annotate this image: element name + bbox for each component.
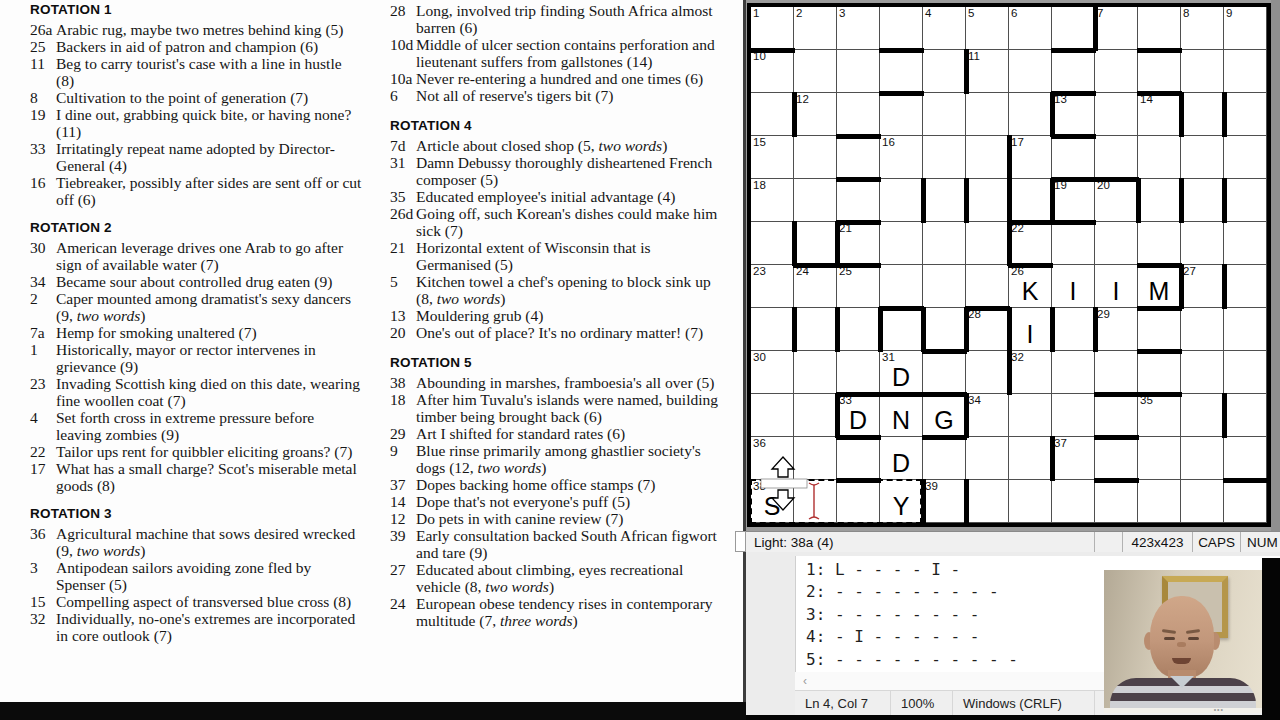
cell-number: 30 (753, 351, 766, 363)
clue: 38Abounding in marshes, framboesia's all… (390, 374, 721, 391)
grid-bar (835, 307, 840, 352)
grid-cell[interactable]: 27 (1181, 265, 1224, 308)
grid-bar (792, 307, 797, 352)
grid-cell[interactable] (1181, 222, 1224, 265)
grid-bar (1136, 178, 1141, 223)
grid-cell[interactable]: 19 (1052, 179, 1095, 222)
grid-cell[interactable]: I (1052, 265, 1095, 308)
webcam-bottom-strip (1104, 708, 1262, 713)
grid-cell[interactable] (1009, 394, 1052, 437)
grid-bar (1007, 307, 1012, 352)
clue-number: 9 (390, 442, 398, 459)
clue-number: 19 (30, 106, 46, 123)
grid-cell[interactable] (794, 222, 837, 265)
cell-number: 31 (882, 351, 895, 363)
grid-cell[interactable] (837, 136, 880, 179)
grid-cell[interactable] (923, 265, 966, 308)
cell-number: 7 (1097, 7, 1103, 19)
grid-cell[interactable] (837, 93, 880, 136)
grid-cell[interactable] (1095, 437, 1138, 480)
grid-cell[interactable]: N (880, 394, 923, 437)
clue-number: 18 (390, 391, 406, 408)
rotation-heading: ROTATION 3 (30, 506, 362, 521)
grid-cell[interactable] (1138, 480, 1181, 523)
cell-number: 3 (839, 7, 845, 19)
grid-cell[interactable] (751, 222, 794, 265)
grid-cell[interactable]: 16 (880, 136, 923, 179)
notepad-line-endings: Windows (CRLF) (953, 691, 1095, 716)
clue-text: Damn Debussy thoroughly disheartened Fre… (416, 154, 712, 188)
grid-cell[interactable]: 10 (751, 50, 794, 93)
grid-cell[interactable] (923, 179, 966, 222)
grid-cell[interactable] (880, 265, 923, 308)
grid-cell[interactable] (966, 222, 1009, 265)
grid-cell[interactable] (923, 437, 966, 480)
grid-bar (1137, 48, 1182, 53)
clue-text: Educated employee's initial advantage (4… (416, 188, 675, 205)
grid-bar (836, 134, 881, 139)
grid-cell[interactable] (1224, 394, 1267, 437)
clue-text: Backers in aid of patron and champion (6… (56, 38, 318, 55)
grid-cell[interactable]: 12 (794, 93, 837, 136)
crossword-grid[interactable]: 1234567891011121314151617181920212223242… (747, 3, 1271, 527)
rotation-heading: ROTATION 4 (390, 118, 721, 133)
grid-cell[interactable] (966, 480, 1009, 523)
grid-cell[interactable]: 28 (966, 308, 1009, 351)
clue-number: 6 (390, 87, 398, 104)
clue-text: Became sour about controlled drug eaten … (56, 273, 332, 290)
grid-bar (879, 392, 924, 397)
clue-text: Compelling aspect of transversed blue cr… (56, 593, 351, 610)
grid-cell[interactable] (966, 93, 1009, 136)
grid-cell[interactable] (1009, 50, 1052, 93)
grid-bar (1222, 264, 1227, 309)
grid-bar (836, 220, 881, 225)
clue-number: 10a (390, 70, 412, 87)
grid-bar (964, 49, 969, 94)
video-frame: ROTATION 126aArabic rug, maybe two metre… (0, 0, 1280, 720)
grid-cell[interactable]: 13 (1052, 93, 1095, 136)
grid-cell[interactable] (1052, 394, 1095, 437)
grid-cell[interactable] (837, 308, 880, 351)
clue: 12Do pets in with canine review (7) (390, 510, 721, 527)
grid-cell[interactable] (1095, 136, 1138, 179)
clue: 34Became sour about controlled drug eate… (30, 273, 362, 290)
cell-letter: I (1052, 277, 1094, 306)
grid-cell[interactable] (837, 179, 880, 222)
grid-cell[interactable] (1095, 50, 1138, 93)
grid-cell[interactable]: M (1138, 265, 1181, 308)
grid-bar (1179, 178, 1184, 223)
grid-cell[interactable] (1052, 308, 1095, 351)
grid-cell[interactable] (794, 50, 837, 93)
grid-bar (1094, 435, 1139, 440)
grid-cell[interactable] (794, 351, 837, 394)
grid-cell[interactable] (837, 351, 880, 394)
grid-cell[interactable] (1181, 308, 1224, 351)
grid-cell[interactable] (1095, 480, 1138, 523)
grid-cell[interactable] (751, 93, 794, 136)
grid-cell[interactable] (1181, 351, 1224, 394)
grid-cell[interactable] (966, 179, 1009, 222)
grid-cell[interactable]: 37 (1052, 437, 1095, 480)
cell-number: 16 (882, 136, 895, 148)
grid-cell[interactable] (923, 308, 966, 351)
clue-sheet-page: ROTATION 126aArabic rug, maybe two metre… (0, 0, 744, 720)
clue: 23Invading Scottish king died on this da… (30, 375, 362, 409)
clue-column-right: 28Long, involved trip finding South Afri… (390, 2, 721, 629)
grid-cell[interactable] (966, 437, 1009, 480)
grid-cell[interactable] (1224, 136, 1267, 179)
clue-number: 14 (390, 493, 406, 510)
grid-cell[interactable] (1224, 93, 1267, 136)
grid-cell[interactable]: 23 (751, 265, 794, 308)
grid-cell[interactable] (1181, 437, 1224, 480)
window-edge (1271, 0, 1280, 531)
clue-number: 29 (390, 425, 406, 442)
cell-number: 29 (1097, 308, 1110, 320)
grid-cell[interactable] (1095, 394, 1138, 437)
grid-cell[interactable] (1095, 93, 1138, 136)
grid-cell[interactable] (1224, 265, 1267, 308)
grid-cell[interactable]: 4 (923, 7, 966, 50)
grid-cell[interactable] (1138, 222, 1181, 265)
grid-bar (1007, 350, 1012, 395)
grid-cell[interactable]: 29 (1095, 308, 1138, 351)
grid-cell[interactable] (1138, 179, 1181, 222)
grid-cell[interactable]: 3 (837, 7, 880, 50)
grid-cell[interactable] (1224, 480, 1267, 523)
clue: 16Tiebreaker, possibly after sides are s… (30, 174, 362, 208)
cell-number: 11 (968, 50, 980, 62)
grid-bar (1223, 478, 1268, 483)
grid-cell[interactable] (1138, 7, 1181, 50)
grid-bar (1094, 177, 1139, 182)
clue-number: 33 (30, 140, 46, 157)
grid-cell[interactable] (1138, 437, 1181, 480)
cursor-bar (761, 479, 807, 488)
clue-text: One's out of place? It's no ordinary mat… (416, 324, 703, 341)
grid-bar (1137, 263, 1182, 268)
grid-cell[interactable]: 11 (966, 50, 1009, 93)
clue: 19I dine out, grabbing quick bite, or ha… (30, 106, 362, 140)
letterbox-bottom-right (746, 715, 1280, 720)
status-empty-segment (1094, 532, 1122, 552)
clue-number: 1 (30, 341, 38, 358)
cell-number: 5 (968, 7, 974, 19)
grid-cell[interactable] (1138, 50, 1181, 93)
clue-number: 7d (390, 137, 406, 154)
grid-bar (921, 178, 926, 223)
grid-cell[interactable]: 7 (1095, 7, 1138, 50)
grid-cell[interactable] (1052, 7, 1095, 50)
grid-cell[interactable] (880, 93, 923, 136)
grid-cell[interactable] (966, 136, 1009, 179)
presenter-eye (1188, 637, 1199, 640)
clue-number: 7a (30, 324, 45, 341)
grid-cell[interactable] (880, 7, 923, 50)
grid-cell[interactable] (880, 308, 923, 351)
letterbox-bottom-left (0, 702, 746, 720)
grid-cell[interactable] (751, 394, 794, 437)
clue-text: Irritatingly repeat name adopted by Dire… (56, 140, 335, 174)
clue: 32Individually, no-one's extremes are in… (30, 610, 362, 644)
cell-number: 34 (968, 394, 981, 406)
grid-cell[interactable] (923, 222, 966, 265)
grid-cell[interactable] (1095, 222, 1138, 265)
arrow-down-icon (772, 490, 794, 510)
grid-cell[interactable] (1224, 222, 1267, 265)
clue-text: Educated about climbing, eyes recreation… (416, 561, 683, 595)
clue: 13Mouldering grub (4) (390, 307, 721, 324)
cell-letter: I (1009, 320, 1051, 349)
grid-bar (964, 307, 969, 352)
grid-cell[interactable] (1052, 480, 1095, 523)
grid-cell[interactable] (1181, 93, 1224, 136)
grid-bar (1050, 178, 1055, 223)
grid-cell[interactable]: 24 (794, 265, 837, 308)
grid-cell[interactable] (1224, 50, 1267, 93)
clue: 6Not all of reserve's tigers bit (7) (390, 87, 721, 104)
grid-cell[interactable]: 33D (837, 394, 880, 437)
grid-cell[interactable] (794, 179, 837, 222)
grid-cell[interactable] (1138, 308, 1181, 351)
grid-bar (1051, 177, 1096, 182)
cell-number: 39 (925, 480, 938, 492)
presenter-mouth (1172, 658, 1191, 664)
grid-cell[interactable] (923, 136, 966, 179)
clue-text: Mouldering grub (4) (416, 307, 543, 324)
clue-number: 13 (390, 307, 406, 324)
presenter-nose (1177, 642, 1186, 647)
cell-letter: D (880, 363, 922, 392)
clue-number: 28 (390, 2, 406, 19)
grid-cell[interactable]: 14 (1138, 93, 1181, 136)
grid-cell[interactable]: 17 (1009, 136, 1052, 179)
clue: 18After him Tuvalu's islands were named,… (390, 391, 721, 425)
grid-cell[interactable]: 2 (794, 7, 837, 50)
clue: 11Beg to carry tourist's case with a lin… (30, 55, 362, 89)
grid-cell[interactable]: 22 (1009, 222, 1052, 265)
grid-cell[interactable] (1181, 394, 1224, 437)
grid-bar (1222, 92, 1227, 137)
cell-number: 15 (753, 136, 766, 148)
status-grid-size: 423x423 (1122, 532, 1192, 552)
grid-cell[interactable] (966, 351, 1009, 394)
cell-letter: G (923, 406, 965, 435)
grid-cell[interactable]: I (1095, 265, 1138, 308)
grid-cell[interactable]: 8 (1181, 7, 1224, 50)
cell-number: 32 (1011, 351, 1024, 363)
clue-text: Middle of ulcer section contains perfora… (416, 36, 715, 70)
grid-bar (964, 479, 969, 524)
grid-cell[interactable] (880, 50, 923, 93)
clue: 26dGoing off, such Korean's dishes could… (390, 205, 721, 239)
grid-cell[interactable] (837, 437, 880, 480)
grid-cell[interactable] (923, 50, 966, 93)
grid-cell[interactable] (880, 222, 923, 265)
grid-cell[interactable] (880, 179, 923, 222)
clue: 26aArabic rug, maybe two metres behind k… (30, 21, 362, 38)
clue-text: Cultivation to the point of generation (… (56, 89, 308, 106)
grid-cell[interactable] (1052, 50, 1095, 93)
grid-cell[interactable]: 20 (1095, 179, 1138, 222)
grid-cell[interactable]: 1 (751, 7, 794, 50)
clue-text: After him Tuvalu's islands were named, b… (416, 391, 718, 425)
grid-cell[interactable]: 30 (751, 351, 794, 394)
status-caps-indicator: CAPS (1192, 532, 1240, 552)
grid-bar (1222, 178, 1227, 223)
grid-cell[interactable] (1138, 351, 1181, 394)
grid-cell[interactable] (1224, 179, 1267, 222)
cell-number: 36 (753, 437, 766, 449)
grid-cell[interactable] (1009, 93, 1052, 136)
grid-cell[interactable]: 5 (966, 7, 1009, 50)
grid-cell[interactable] (1052, 351, 1095, 394)
grid-cell[interactable]: 6 (1009, 7, 1052, 50)
grid-cell[interactable]: 32 (1009, 351, 1052, 394)
grid-bar (1137, 306, 1182, 311)
crossword-app-window: 1234567891011121314151617181920212223242… (746, 0, 1280, 531)
grid-bar (922, 349, 967, 354)
grid-bar (1051, 134, 1096, 139)
cell-letter: M (1138, 277, 1180, 306)
grid-cell[interactable] (1181, 179, 1224, 222)
grid-cell[interactable]: 39 (923, 480, 966, 523)
clue: 25Backers in aid of patron and champion … (30, 38, 362, 55)
clue: 30American leverage drives one Arab to g… (30, 239, 362, 273)
grid-bar (836, 177, 881, 182)
grid-cell[interactable] (794, 136, 837, 179)
clue: 7dArticle about closed shop (5, two word… (390, 137, 721, 154)
grid-bar (1007, 178, 1012, 223)
webcam-handle-dots: ••• (1214, 706, 1224, 713)
clue-text: Invading Scottish king died on this date… (56, 375, 360, 409)
grid-cell[interactable]: 15 (751, 136, 794, 179)
clue-text: Antipodean sailors avoiding zone fled by… (56, 559, 311, 593)
grid-cell[interactable] (1009, 437, 1052, 480)
clue: 37Dopes backing home office stamps (7) (390, 476, 721, 493)
grid-cell[interactable]: 26K (1009, 265, 1052, 308)
grid-cell[interactable] (1009, 480, 1052, 523)
grid-bar (836, 263, 881, 268)
clue-text: What has a small charge? Scot's miserabl… (56, 460, 357, 494)
grid-bar (1137, 392, 1182, 397)
clue-number: 20 (390, 324, 406, 341)
clue: 14Dope that's not everyone's puff (5) (390, 493, 721, 510)
grid-cell[interactable]: 9 (1224, 7, 1267, 50)
grid-cell[interactable]: 35 (1138, 394, 1181, 437)
grid-cell[interactable] (1224, 437, 1267, 480)
grid-cell[interactable]: 34 (966, 394, 1009, 437)
clue-text: Long, involved trip finding South Africa… (416, 2, 713, 36)
clue-text: American leverage drives one Arab to go … (56, 239, 343, 273)
grid-bar (1008, 263, 1053, 268)
clue-number: 4 (30, 409, 38, 426)
grid-cell[interactable]: G (923, 394, 966, 437)
grid-cell[interactable] (751, 308, 794, 351)
clue: 5Kitchen towel a chef's opening to block… (390, 273, 721, 307)
clue-number: 10d (390, 36, 413, 53)
grid-bar (835, 393, 840, 438)
grid-cell[interactable] (1181, 136, 1224, 179)
grid-cell[interactable] (794, 308, 837, 351)
clue: 8Cultivation to the point of generation … (30, 89, 362, 106)
letterbox-right (1262, 558, 1280, 720)
clue: 27Educated about climbing, eyes recreati… (390, 561, 721, 595)
clue-text: Never re-entering a hundred and one time… (416, 70, 703, 87)
cell-letter: D (880, 449, 922, 478)
clue-text: Early consultation backed South African … (416, 527, 717, 561)
clue-number: 15 (30, 593, 46, 610)
clue-text: Not all of reserve's tigers bit (7) (416, 87, 613, 104)
grid-cell[interactable] (1181, 50, 1224, 93)
clue-number: 8 (30, 89, 38, 106)
grid-cell[interactable]: D (880, 437, 923, 480)
grid-bar (879, 91, 924, 96)
grid-cell[interactable] (1009, 179, 1052, 222)
grid-bar (1050, 92, 1055, 137)
grid-cell[interactable] (1224, 351, 1267, 394)
clue-column-left: ROTATION 126aArabic rug, maybe two metre… (30, 2, 362, 644)
grid-bar (1008, 220, 1053, 225)
grid-bar (1093, 307, 1098, 352)
clue-text: Horizontal extent of Wisconsin that is G… (416, 239, 651, 273)
webcam-overlay: ••• (1104, 570, 1262, 713)
direction-cursor-overlay (759, 455, 835, 523)
cell-number: 12 (796, 93, 809, 105)
clue-text: Set forth cross in extreme pressure befo… (56, 409, 314, 443)
grid-cell[interactable] (837, 50, 880, 93)
grid-bar (879, 306, 924, 311)
cell-number: 2 (796, 7, 802, 19)
clue: 33Irritatingly repeat name adopted by Di… (30, 140, 362, 174)
presenter-head (1150, 596, 1214, 678)
clue: 2Caper mounted among dramatist's sexy da… (30, 290, 362, 324)
clue: 15Compelling aspect of transversed blue … (30, 593, 362, 610)
grid-cell[interactable]: 18 (751, 179, 794, 222)
clue: 22Tailor ups rent for quibbler eliciting… (30, 443, 362, 460)
grid-cell[interactable] (1052, 136, 1095, 179)
grid-cell[interactable] (966, 265, 1009, 308)
grid-cell[interactable]: 21 (837, 222, 880, 265)
grid-cell[interactable]: 25 (837, 265, 880, 308)
grid-cell[interactable]: 31D (880, 351, 923, 394)
status-light-label: Light: 38a (4) (746, 532, 1094, 552)
grid-bar (1050, 436, 1055, 481)
grid-bar (836, 435, 881, 440)
clue: 35Educated employee's initial advantage … (390, 188, 721, 205)
grid-cell[interactable] (923, 351, 966, 394)
grid-cell[interactable] (1138, 136, 1181, 179)
grid-cell[interactable] (1181, 480, 1224, 523)
grid-cell[interactable] (794, 394, 837, 437)
grid-cell[interactable] (923, 93, 966, 136)
grid-bar (750, 48, 795, 53)
grid-cell[interactable]: I (1009, 308, 1052, 351)
grid-cell[interactable] (1224, 308, 1267, 351)
cell-number: 17 (1011, 136, 1024, 148)
grid-cell[interactable] (1095, 351, 1138, 394)
cell-number: 6 (1011, 7, 1017, 19)
rotation-heading: ROTATION 5 (390, 355, 721, 370)
cell-number: 4 (925, 7, 931, 19)
grid-bar (835, 221, 840, 266)
clue: 7aHemp for smoking unaltered (7) (30, 324, 362, 341)
grid-cell[interactable] (1052, 222, 1095, 265)
grid-bar (1094, 478, 1139, 483)
clue-text: I dine out, grabbing quick bite, or havi… (56, 106, 351, 140)
